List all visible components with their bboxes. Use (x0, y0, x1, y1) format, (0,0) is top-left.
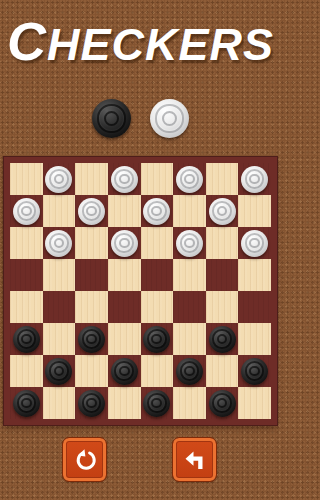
white-piece[interactable] (13, 198, 40, 225)
square-f3[interactable] (173, 323, 206, 355)
board-grid[interactable] (10, 163, 271, 419)
white-piece[interactable] (45, 230, 72, 257)
square-a8[interactable] (10, 163, 43, 195)
square-b6[interactable] (43, 227, 76, 259)
square-g3[interactable] (206, 323, 239, 355)
square-c7[interactable] (75, 195, 108, 227)
square-e3[interactable] (141, 323, 174, 355)
square-h6[interactable] (238, 227, 271, 259)
black-piece[interactable] (143, 326, 170, 353)
checkers-board[interactable] (4, 157, 277, 425)
undo-icon (183, 448, 207, 472)
square-h2[interactable] (238, 355, 271, 387)
black-piece[interactable] (45, 358, 72, 385)
white-piece[interactable] (111, 166, 138, 193)
square-b5[interactable] (43, 259, 76, 291)
square-g1[interactable] (206, 387, 239, 419)
square-h7[interactable] (238, 195, 271, 227)
square-g8[interactable] (206, 163, 239, 195)
square-c6[interactable] (75, 227, 108, 259)
white-piece[interactable] (45, 166, 72, 193)
square-h8[interactable] (238, 163, 271, 195)
square-a7[interactable] (10, 195, 43, 227)
square-e4[interactable] (141, 291, 174, 323)
white-piece[interactable] (143, 198, 170, 225)
square-e8[interactable] (141, 163, 174, 195)
square-c4[interactable] (75, 291, 108, 323)
black-piece[interactable] (209, 326, 236, 353)
square-g4[interactable] (206, 291, 239, 323)
black-piece[interactable] (13, 326, 40, 353)
square-e5[interactable] (141, 259, 174, 291)
square-a4[interactable] (10, 291, 43, 323)
square-f1[interactable] (173, 387, 206, 419)
white-piece[interactable] (241, 230, 268, 257)
black-piece[interactable] (111, 358, 138, 385)
square-b4[interactable] (43, 291, 76, 323)
square-a6[interactable] (10, 227, 43, 259)
black-piece[interactable] (209, 390, 236, 417)
square-c8[interactable] (75, 163, 108, 195)
square-f8[interactable] (173, 163, 206, 195)
square-f5[interactable] (173, 259, 206, 291)
square-b1[interactable] (43, 387, 76, 419)
square-d1[interactable] (108, 387, 141, 419)
square-e7[interactable] (141, 195, 174, 227)
restart-button[interactable] (63, 438, 106, 481)
white-piece-indicator (150, 99, 189, 138)
square-a2[interactable] (10, 355, 43, 387)
square-a5[interactable] (10, 259, 43, 291)
square-c5[interactable] (75, 259, 108, 291)
black-piece[interactable] (13, 390, 40, 417)
square-g5[interactable] (206, 259, 239, 291)
square-b8[interactable] (43, 163, 76, 195)
square-c1[interactable] (75, 387, 108, 419)
black-piece-indicator (92, 99, 131, 138)
square-d2[interactable] (108, 355, 141, 387)
square-e1[interactable] (141, 387, 174, 419)
square-a3[interactable] (10, 323, 43, 355)
restart-icon (73, 448, 97, 472)
white-piece[interactable] (176, 230, 203, 257)
square-g7[interactable] (206, 195, 239, 227)
square-d7[interactable] (108, 195, 141, 227)
black-piece[interactable] (143, 390, 170, 417)
square-h1[interactable] (238, 387, 271, 419)
black-piece[interactable] (176, 358, 203, 385)
square-f6[interactable] (173, 227, 206, 259)
square-f4[interactable] (173, 291, 206, 323)
square-g2[interactable] (206, 355, 239, 387)
square-h3[interactable] (238, 323, 271, 355)
square-d4[interactable] (108, 291, 141, 323)
black-piece[interactable] (78, 326, 105, 353)
square-d5[interactable] (108, 259, 141, 291)
square-f7[interactable] (173, 195, 206, 227)
square-b7[interactable] (43, 195, 76, 227)
square-b2[interactable] (43, 355, 76, 387)
square-f2[interactable] (173, 355, 206, 387)
black-piece[interactable] (78, 390, 105, 417)
white-piece[interactable] (78, 198, 105, 225)
piece-indicators (0, 99, 281, 138)
white-piece[interactable] (176, 166, 203, 193)
square-c2[interactable] (75, 355, 108, 387)
square-e6[interactable] (141, 227, 174, 259)
white-piece[interactable] (209, 198, 236, 225)
white-piece[interactable] (111, 230, 138, 257)
white-piece[interactable] (241, 166, 268, 193)
square-d8[interactable] (108, 163, 141, 195)
square-c3[interactable] (75, 323, 108, 355)
square-a1[interactable] (10, 387, 43, 419)
square-d6[interactable] (108, 227, 141, 259)
undo-button[interactable] (173, 438, 216, 481)
square-b3[interactable] (43, 323, 76, 355)
black-piece[interactable] (241, 358, 268, 385)
app-title: Checkers (0, 10, 281, 76)
square-g6[interactable] (206, 227, 239, 259)
square-h5[interactable] (238, 259, 271, 291)
square-d3[interactable] (108, 323, 141, 355)
square-e2[interactable] (141, 355, 174, 387)
square-h4[interactable] (238, 291, 271, 323)
